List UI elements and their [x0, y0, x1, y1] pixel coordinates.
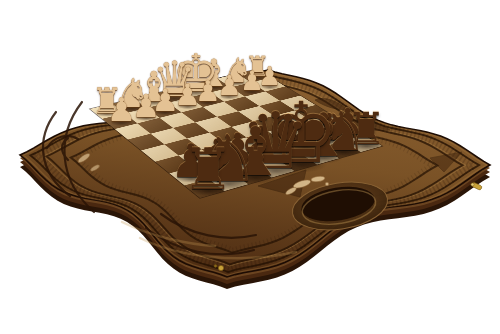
chess-set-product-photo: ♜♞♝♛♚♝♞♜♟♟♟♟♟♟♟♟♟♟♟♟♟♟♟♟♜♞♝♛♚♝♞♜ [0, 0, 500, 334]
